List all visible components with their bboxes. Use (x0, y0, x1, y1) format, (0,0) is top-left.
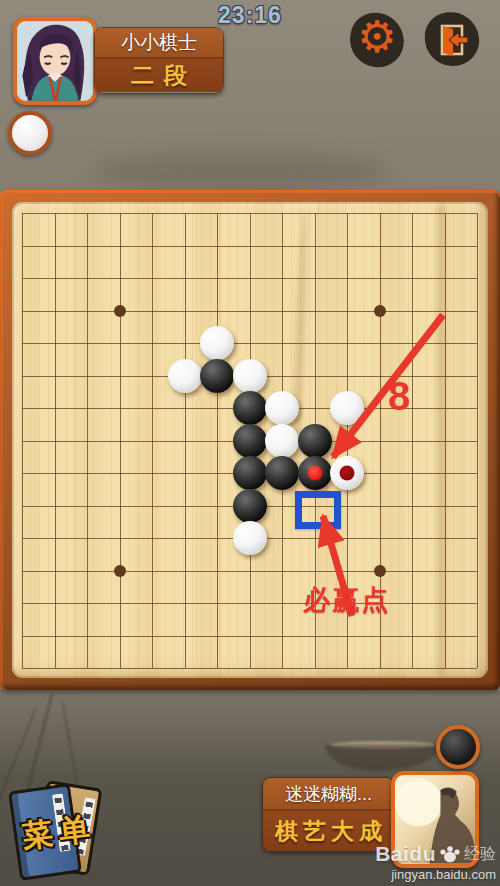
gear-icon: ⚙ (350, 10, 404, 64)
white-stone (330, 391, 364, 425)
game-screen: 8 必赢点 23:16 小小棋士 二段 ⚙ (0, 0, 500, 886)
star-point (374, 565, 386, 577)
black-stone (200, 359, 234, 393)
black-stone (298, 424, 332, 458)
white-stone (265, 391, 299, 425)
grid-line (22, 636, 477, 637)
black-stone (233, 489, 267, 523)
ink-wash-decoration (90, 150, 390, 192)
last-move-dot (340, 466, 355, 481)
white-stone (233, 359, 267, 393)
opponent-name: 迷迷糊糊... (263, 778, 394, 811)
white-stone (330, 456, 364, 490)
baidu-paw-icon (439, 845, 461, 863)
grid-line (412, 213, 413, 668)
star-point (374, 305, 386, 317)
game-clock: 23:16 (200, 2, 300, 29)
player-nameplate: 小小棋士 二段 (94, 27, 224, 94)
grid-line (477, 213, 478, 668)
player-name: 小小棋士 (95, 28, 223, 59)
player-avatar[interactable] (13, 17, 97, 105)
grid-line (22, 603, 477, 604)
black-stone (298, 456, 332, 490)
black-stone-indicator (436, 725, 480, 769)
last-move-dot (307, 466, 322, 481)
exit-door-icon (434, 22, 470, 58)
black-stone (265, 456, 299, 490)
white-stone-indicator (8, 111, 52, 155)
grid-line (22, 668, 477, 669)
white-stone (200, 326, 234, 360)
white-stone (265, 424, 299, 458)
star-point (114, 305, 126, 317)
anime-character-portrait (17, 21, 93, 101)
menu-button[interactable]: 菜单 (6, 778, 106, 882)
white-stone (168, 359, 202, 393)
watermark-url: jingyan.baidu.com (375, 867, 496, 882)
opponent-nameplate: 迷迷糊糊... 棋艺大成 (262, 777, 395, 852)
win-point-label: 必赢点 (292, 582, 402, 618)
grid-line (22, 571, 477, 572)
grid-line (445, 213, 446, 668)
settings-button[interactable]: ⚙ (350, 13, 404, 67)
exit-button[interactable] (425, 12, 479, 66)
black-stone (233, 424, 267, 458)
star-point (114, 565, 126, 577)
black-stone (233, 391, 267, 425)
white-stone (233, 521, 267, 555)
watermark: Baidu 经验 jingyan.baidu.com (375, 842, 496, 882)
move-number-label: 8 (384, 374, 414, 419)
black-stone (233, 456, 267, 490)
baidu-logo-text: Baidu (375, 842, 436, 866)
win-point-highlight (295, 491, 341, 529)
watermark-cn-text: 经验 (464, 844, 496, 865)
player-rank: 二段 (95, 59, 223, 92)
